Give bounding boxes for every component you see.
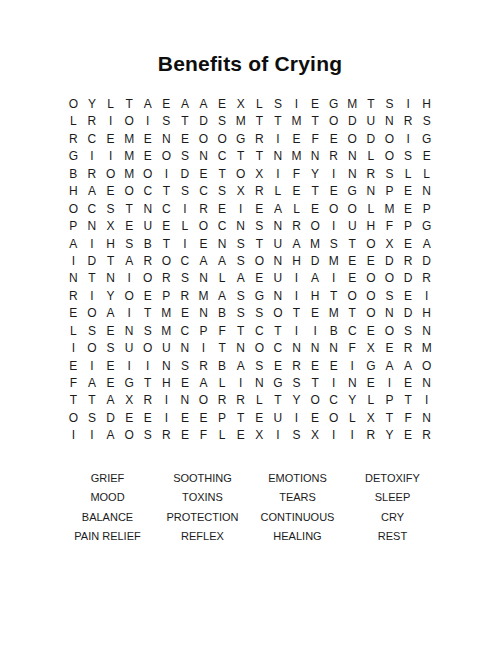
grid-cell[interactable]: N [306,340,325,357]
grid-cell[interactable]: T [250,236,269,253]
grid-cell[interactable]: D [399,270,418,287]
grid-cell[interactable]: N [417,323,436,340]
grid-cell[interactable]: L [269,183,288,200]
grid-cell[interactable]: R [362,427,381,444]
grid-cell[interactable]: S [250,305,269,322]
grid-cell[interactable]: L [417,166,436,183]
grid-cell[interactable]: E [213,96,232,113]
grid-cell[interactable]: C [138,183,157,200]
grid-cell[interactable]: D [362,131,381,148]
grid-cell[interactable]: E [101,375,120,392]
grid-cell[interactable]: S [138,427,157,444]
grid-cell[interactable]: N [380,305,399,322]
grid-cell[interactable]: S [120,236,139,253]
grid-cell[interactable]: O [83,305,102,322]
grid-cell[interactable]: X [120,392,139,409]
grid-cell[interactable]: E [362,323,381,340]
grid-cell[interactable]: N [306,148,325,165]
grid-cell[interactable]: R [138,392,157,409]
grid-cell[interactable]: I [269,131,288,148]
grid-cell[interactable]: B [138,236,157,253]
grid-cell[interactable]: I [380,375,399,392]
grid-cell[interactable]: H [157,375,176,392]
grid-cell[interactable]: S [101,340,120,357]
grid-cell[interactable]: O [231,166,250,183]
grid-cell[interactable]: O [362,236,381,253]
grid-cell[interactable]: L [250,96,269,113]
grid-cell[interactable]: N [194,148,213,165]
grid-cell[interactable]: H [306,288,325,305]
grid-cell[interactable]: L [64,113,83,130]
grid-cell[interactable]: R [64,288,83,305]
grid-cell[interactable]: N [417,410,436,427]
grid-cell[interactable]: O [343,131,362,148]
grid-cell[interactable]: I [138,358,157,375]
grid-cell[interactable]: S [138,323,157,340]
grid-cell[interactable]: E [324,358,343,375]
grid-cell[interactable]: O [194,131,213,148]
grid-cell[interactable]: X [231,183,250,200]
grid-cell[interactable]: E [287,131,306,148]
grid-cell[interactable]: L [287,201,306,218]
grid-cell[interactable]: O [138,340,157,357]
grid-cell[interactable]: G [417,218,436,235]
grid-cell[interactable]: O [64,201,83,218]
grid-cell[interactable]: N [362,183,381,200]
grid-cell[interactable]: T [343,236,362,253]
grid-cell[interactable]: I [399,131,418,148]
grid-cell[interactable]: A [417,236,436,253]
grid-cell[interactable]: E [362,253,381,270]
grid-cell[interactable]: S [287,427,306,444]
grid-cell[interactable]: A [287,236,306,253]
grid-cell[interactable]: I [83,236,102,253]
grid-cell[interactable]: I [101,113,120,130]
grid-cell[interactable]: E [101,183,120,200]
grid-cell[interactable]: E [176,305,195,322]
grid-cell[interactable]: S [176,358,195,375]
grid-cell[interactable]: Y [287,392,306,409]
grid-cell[interactable]: L [362,201,381,218]
grid-cell[interactable]: E [306,410,325,427]
grid-cell[interactable]: R [231,392,250,409]
grid-cell[interactable]: C [213,218,232,235]
grid-cell[interactable]: X [101,218,120,235]
grid-cell[interactable]: R [250,183,269,200]
grid-cell[interactable]: H [101,236,120,253]
grid-cell[interactable]: I [269,427,288,444]
grid-cell[interactable]: U [157,340,176,357]
grid-cell[interactable]: I [176,201,195,218]
grid-cell[interactable]: Y [83,96,102,113]
grid-cell[interactable]: C [157,201,176,218]
grid-cell[interactable]: O [194,218,213,235]
grid-cell[interactable]: U [269,236,288,253]
grid-cell[interactable]: C [83,201,102,218]
grid-cell[interactable]: O [138,270,157,287]
grid-cell[interactable]: N [101,270,120,287]
grid-cell[interactable]: T [176,113,195,130]
grid-cell[interactable]: S [213,183,232,200]
grid-cell[interactable]: A [83,183,102,200]
grid-cell[interactable]: P [399,218,418,235]
grid-cell[interactable]: T [157,183,176,200]
grid-cell[interactable]: A [380,358,399,375]
grid-cell[interactable]: O [324,201,343,218]
grid-cell[interactable]: C [83,131,102,148]
grid-cell[interactable]: S [231,288,250,305]
grid-cell[interactable]: D [343,113,362,130]
grid-cell[interactable]: T [138,375,157,392]
grid-cell[interactable]: O [343,288,362,305]
grid-cell[interactable]: A [231,358,250,375]
grid-cell[interactable]: A [120,253,139,270]
grid-cell[interactable]: E [101,131,120,148]
grid-cell[interactable]: I [399,96,418,113]
grid-cell[interactable]: T [269,113,288,130]
grid-cell[interactable]: P [194,323,213,340]
grid-cell[interactable]: C [324,392,343,409]
grid-cell[interactable]: N [194,305,213,322]
grid-cell[interactable]: P [213,410,232,427]
grid-cell[interactable]: R [250,131,269,148]
grid-cell[interactable]: N [176,392,195,409]
grid-cell[interactable]: O [343,201,362,218]
grid-cell[interactable]: L [362,148,381,165]
grid-cell[interactable]: I [324,270,343,287]
grid-cell[interactable]: M [343,96,362,113]
grid-cell[interactable]: H [362,218,381,235]
grid-cell[interactable]: F [399,410,418,427]
grid-cell[interactable]: T [231,410,250,427]
grid-cell[interactable]: I [306,323,325,340]
grid-cell[interactable]: C [213,148,232,165]
grid-cell[interactable]: I [138,113,157,130]
grid-cell[interactable]: S [83,323,102,340]
grid-cell[interactable]: Y [380,427,399,444]
grid-cell[interactable]: N [213,236,232,253]
grid-cell[interactable]: N [231,218,250,235]
grid-cell[interactable]: E [306,96,325,113]
grid-cell[interactable]: I [176,236,195,253]
grid-cell[interactable]: A [176,96,195,113]
grid-cell[interactable]: A [306,270,325,287]
grid-cell[interactable]: A [83,375,102,392]
grid-cell[interactable]: E [194,236,213,253]
grid-cell[interactable]: E [176,410,195,427]
grid-cell[interactable]: B [213,305,232,322]
grid-cell[interactable]: U [120,340,139,357]
grid-cell[interactable]: E [399,288,418,305]
grid-cell[interactable]: I [324,218,343,235]
grid-cell[interactable]: E [287,183,306,200]
grid-cell[interactable]: I [83,427,102,444]
grid-cell[interactable]: A [213,288,232,305]
grid-cell[interactable]: R [287,218,306,235]
grid-cell[interactable]: X [250,427,269,444]
grid-cell[interactable]: E [343,253,362,270]
grid-cell[interactable]: I [343,427,362,444]
grid-cell[interactable]: L [213,375,232,392]
grid-cell[interactable]: I [324,427,343,444]
grid-cell[interactable]: N [417,183,436,200]
grid-cell[interactable]: F [380,218,399,235]
grid-cell[interactable]: L [101,96,120,113]
grid-cell[interactable]: T [213,340,232,357]
grid-cell[interactable]: I [343,358,362,375]
grid-cell[interactable]: O [362,305,381,322]
grid-cell[interactable]: U [269,270,288,287]
grid-cell[interactable]: S [250,358,269,375]
grid-cell[interactable]: S [176,183,195,200]
grid-cell[interactable]: S [380,166,399,183]
grid-cell[interactable]: G [324,96,343,113]
grid-cell[interactable]: S [399,323,418,340]
grid-cell[interactable]: E [417,148,436,165]
grid-cell[interactable]: O [380,270,399,287]
grid-cell[interactable]: I [120,305,139,322]
grid-cell[interactable]: T [269,323,288,340]
grid-cell[interactable]: I [64,427,83,444]
grid-cell[interactable]: R [287,358,306,375]
grid-cell[interactable]: Y [306,166,325,183]
grid-cell[interactable]: L [399,166,418,183]
grid-cell[interactable]: I [231,375,250,392]
grid-cell[interactable]: B [64,166,83,183]
grid-cell[interactable]: O [138,166,157,183]
grid-cell[interactable]: N [269,253,288,270]
grid-cell[interactable]: I [231,201,250,218]
grid-cell[interactable]: T [324,288,343,305]
grid-cell[interactable]: R [64,131,83,148]
grid-cell[interactable]: S [83,410,102,427]
grid-cell[interactable]: I [101,148,120,165]
grid-cell[interactable]: F [213,323,232,340]
grid-cell[interactable]: I [83,358,102,375]
grid-cell[interactable]: M [231,113,250,130]
grid-cell[interactable]: E [306,305,325,322]
grid-cell[interactable]: T [306,113,325,130]
grid-cell[interactable]: P [64,218,83,235]
grid-cell[interactable]: O [362,288,381,305]
grid-cell[interactable]: S [287,375,306,392]
grid-cell[interactable]: R [194,358,213,375]
grid-cell[interactable]: U [269,410,288,427]
grid-cell[interactable]: S [101,201,120,218]
grid-cell[interactable]: E [250,201,269,218]
grid-cell[interactable]: E [64,358,83,375]
grid-cell[interactable]: T [380,410,399,427]
grid-cell[interactable]: R [176,288,195,305]
grid-cell[interactable]: T [250,148,269,165]
grid-cell[interactable]: G [250,288,269,305]
grid-cell[interactable]: N [138,201,157,218]
grid-cell[interactable]: L [213,427,232,444]
grid-cell[interactable]: M [157,323,176,340]
grid-cell[interactable]: D [380,253,399,270]
grid-cell[interactable]: E [138,288,157,305]
grid-cell[interactable]: X [362,410,381,427]
grid-cell[interactable]: T [101,253,120,270]
grid-cell[interactable]: T [138,305,157,322]
grid-cell[interactable]: O [417,358,436,375]
grid-cell[interactable]: D [83,253,102,270]
grid-cell[interactable]: F [343,340,362,357]
grid-cell[interactable]: R [157,270,176,287]
grid-cell[interactable]: E [324,131,343,148]
grid-cell[interactable]: E [120,410,139,427]
grid-cell[interactable]: R [362,166,381,183]
grid-cell[interactable]: C [176,323,195,340]
grid-cell[interactable]: E [231,427,250,444]
grid-cell[interactable]: E [250,410,269,427]
grid-cell[interactable]: A [101,305,120,322]
grid-cell[interactable]: O [306,392,325,409]
grid-cell[interactable]: A [138,96,157,113]
grid-cell[interactable]: R [138,253,157,270]
grid-cell[interactable]: E [138,131,157,148]
grid-cell[interactable]: E [399,427,418,444]
grid-cell[interactable]: O [120,183,139,200]
grid-cell[interactable]: R [399,253,418,270]
grid-cell[interactable]: I [287,323,306,340]
grid-cell[interactable]: U [138,218,157,235]
grid-cell[interactable]: I [287,96,306,113]
grid-cell[interactable]: S [250,218,269,235]
grid-cell[interactable]: T [83,392,102,409]
grid-cell[interactable]: H [64,183,83,200]
grid-cell[interactable]: M [287,113,306,130]
grid-cell[interactable]: T [83,270,102,287]
grid-cell[interactable]: I [194,340,213,357]
grid-cell[interactable]: T [213,166,232,183]
grid-cell[interactable]: A [231,270,250,287]
grid-cell[interactable]: A [269,201,288,218]
grid-cell[interactable]: M [120,131,139,148]
grid-cell[interactable]: S [176,148,195,165]
grid-cell[interactable]: L [250,392,269,409]
grid-cell[interactable]: O [250,253,269,270]
grid-cell[interactable]: N [269,148,288,165]
grid-cell[interactable]: O [250,340,269,357]
grid-cell[interactable]: T [120,96,139,113]
grid-cell[interactable]: R [399,113,418,130]
grid-cell[interactable]: O [157,148,176,165]
grid-cell[interactable]: G [417,131,436,148]
grid-cell[interactable]: H [417,305,436,322]
grid-cell[interactable]: E [399,201,418,218]
grid-cell[interactable]: S [176,270,195,287]
grid-cell[interactable]: C [343,323,362,340]
grid-cell[interactable]: L [343,410,362,427]
grid-cell[interactable]: I [83,148,102,165]
grid-cell[interactable]: C [194,183,213,200]
grid-cell[interactable]: O [194,392,213,409]
grid-cell[interactable]: E [250,270,269,287]
grid-cell[interactable]: D [176,166,195,183]
grid-cell[interactable]: N [417,375,436,392]
grid-cell[interactable]: N [343,148,362,165]
grid-cell[interactable]: N [176,340,195,357]
grid-cell[interactable]: O [120,113,139,130]
grid-cell[interactable]: A [194,96,213,113]
grid-cell[interactable]: M [287,148,306,165]
grid-cell[interactable]: I [287,270,306,287]
grid-cell[interactable]: R [324,148,343,165]
grid-cell[interactable]: N [343,166,362,183]
grid-cell[interactable]: B [324,323,343,340]
grid-cell[interactable]: T [64,392,83,409]
grid-cell[interactable]: I [324,166,343,183]
grid-cell[interactable]: H [287,253,306,270]
grid-cell[interactable]: L [64,323,83,340]
grid-cell[interactable]: N [194,270,213,287]
grid-cell[interactable]: T [399,392,418,409]
grid-cell[interactable]: D [194,113,213,130]
grid-cell[interactable]: I [287,288,306,305]
grid-cell[interactable]: N [250,375,269,392]
grid-cell[interactable]: A [213,253,232,270]
grid-cell[interactable]: I [417,392,436,409]
grid-cell[interactable]: A [194,253,213,270]
grid-cell[interactable]: L [176,218,195,235]
grid-cell[interactable]: M [380,201,399,218]
grid-cell[interactable]: E [399,375,418,392]
grid-cell[interactable]: F [194,427,213,444]
grid-cell[interactable]: C [176,253,195,270]
grid-cell[interactable]: O [120,427,139,444]
grid-cell[interactable]: O [380,131,399,148]
grid-cell[interactable]: R [83,113,102,130]
grid-cell[interactable]: P [157,288,176,305]
grid-cell[interactable]: E [269,358,288,375]
grid-cell[interactable]: E [157,218,176,235]
grid-cell[interactable]: O [380,148,399,165]
grid-cell[interactable]: O [120,288,139,305]
grid-cell[interactable]: S [380,288,399,305]
grid-cell[interactable]: E [324,183,343,200]
grid-cell[interactable]: D [101,410,120,427]
grid-cell[interactable]: A [101,427,120,444]
grid-cell[interactable]: T [269,392,288,409]
grid-cell[interactable]: E [101,358,120,375]
grid-cell[interactable]: E [306,358,325,375]
grid-cell[interactable]: M [324,305,343,322]
grid-cell[interactable]: A [101,392,120,409]
grid-cell[interactable]: P [380,392,399,409]
grid-cell[interactable]: L [213,270,232,287]
grid-cell[interactable]: S [417,113,436,130]
grid-cell[interactable]: E [194,166,213,183]
grid-cell[interactable]: S [399,148,418,165]
grid-cell[interactable]: E [120,218,139,235]
grid-cell[interactable]: S [231,236,250,253]
grid-cell[interactable]: S [324,236,343,253]
grid-cell[interactable]: N [380,113,399,130]
grid-cell[interactable]: E [399,236,418,253]
grid-cell[interactable]: O [64,96,83,113]
grid-cell[interactable]: I [64,253,83,270]
grid-cell[interactable]: M [157,305,176,322]
grid-cell[interactable]: O [306,218,325,235]
grid-cell[interactable]: I [157,392,176,409]
grid-cell[interactable]: U [343,218,362,235]
grid-cell[interactable]: T [231,148,250,165]
grid-cell[interactable]: X [380,236,399,253]
grid-cell[interactable]: U [362,113,381,130]
grid-cell[interactable]: E [138,410,157,427]
grid-cell[interactable]: G [362,358,381,375]
